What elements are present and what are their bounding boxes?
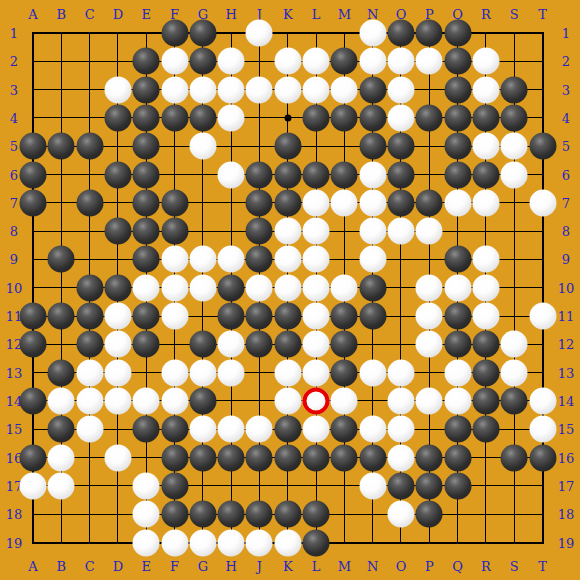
point-K5[interactable] (274, 132, 302, 160)
point-E17[interactable] (132, 472, 160, 500)
point-B9[interactable] (47, 245, 75, 273)
point-D17[interactable] (104, 472, 132, 500)
point-A5[interactable] (19, 132, 47, 160)
point-P6[interactable] (415, 161, 443, 189)
point-H3[interactable] (217, 76, 245, 104)
point-A3[interactable] (19, 76, 47, 104)
point-S5[interactable] (500, 132, 528, 160)
point-Q17[interactable] (444, 472, 472, 500)
point-E7[interactable] (132, 189, 160, 217)
point-D4[interactable] (104, 104, 132, 132)
point-E18[interactable] (132, 500, 160, 528)
point-O7[interactable] (387, 189, 415, 217)
point-E5[interactable] (132, 132, 160, 160)
point-N16[interactable] (359, 444, 387, 472)
point-E2[interactable] (132, 47, 160, 75)
point-N8[interactable] (359, 217, 387, 245)
point-J6[interactable] (245, 161, 273, 189)
point-L13[interactable] (302, 359, 330, 387)
point-Q5[interactable] (444, 132, 472, 160)
point-O16[interactable] (387, 444, 415, 472)
point-F8[interactable] (161, 217, 189, 245)
point-K4[interactable] (274, 104, 302, 132)
point-H9[interactable] (217, 245, 245, 273)
point-M11[interactable] (330, 302, 358, 330)
point-J12[interactable] (245, 330, 273, 358)
point-H15[interactable] (217, 415, 245, 443)
point-R6[interactable] (472, 161, 500, 189)
point-L17[interactable] (302, 472, 330, 500)
point-C14[interactable] (76, 387, 104, 415)
point-J17[interactable] (245, 472, 273, 500)
point-K6[interactable] (274, 161, 302, 189)
point-R19[interactable] (472, 529, 500, 557)
point-K19[interactable] (274, 529, 302, 557)
point-N7[interactable] (359, 189, 387, 217)
point-S10[interactable] (500, 274, 528, 302)
point-H8[interactable] (217, 217, 245, 245)
point-B2[interactable] (47, 47, 75, 75)
point-R10[interactable] (472, 274, 500, 302)
point-K10[interactable] (274, 274, 302, 302)
point-P9[interactable] (415, 245, 443, 273)
point-M19[interactable] (330, 529, 358, 557)
point-S18[interactable] (500, 500, 528, 528)
point-F4[interactable] (161, 104, 189, 132)
point-B17[interactable] (47, 472, 75, 500)
point-M1[interactable] (330, 19, 358, 47)
point-O12[interactable] (387, 330, 415, 358)
point-T19[interactable] (529, 529, 557, 557)
point-M5[interactable] (330, 132, 358, 160)
point-C11[interactable] (76, 302, 104, 330)
point-N11[interactable] (359, 302, 387, 330)
point-G10[interactable] (189, 274, 217, 302)
point-A14[interactable] (19, 387, 47, 415)
point-L4[interactable] (302, 104, 330, 132)
point-T4[interactable] (529, 104, 557, 132)
point-T10[interactable] (529, 274, 557, 302)
point-M14[interactable] (330, 387, 358, 415)
point-Q3[interactable] (444, 76, 472, 104)
point-M4[interactable] (330, 104, 358, 132)
point-O10[interactable] (387, 274, 415, 302)
point-E6[interactable] (132, 161, 160, 189)
point-K1[interactable] (274, 19, 302, 47)
point-C15[interactable] (76, 415, 104, 443)
point-L15[interactable] (302, 415, 330, 443)
point-D8[interactable] (104, 217, 132, 245)
point-D3[interactable] (104, 76, 132, 104)
point-F15[interactable] (161, 415, 189, 443)
point-O11[interactable] (387, 302, 415, 330)
point-Q16[interactable] (444, 444, 472, 472)
point-J9[interactable] (245, 245, 273, 273)
point-F18[interactable] (161, 500, 189, 528)
point-P4[interactable] (415, 104, 443, 132)
point-L19[interactable] (302, 529, 330, 557)
point-N4[interactable] (359, 104, 387, 132)
point-R8[interactable] (472, 217, 500, 245)
point-P14[interactable] (415, 387, 443, 415)
point-G12[interactable] (189, 330, 217, 358)
point-L6[interactable] (302, 161, 330, 189)
point-J15[interactable] (245, 415, 273, 443)
point-H13[interactable] (217, 359, 245, 387)
point-J8[interactable] (245, 217, 273, 245)
point-J7[interactable] (245, 189, 273, 217)
point-L16[interactable] (302, 444, 330, 472)
point-H19[interactable] (217, 529, 245, 557)
point-F16[interactable] (161, 444, 189, 472)
point-F10[interactable] (161, 274, 189, 302)
point-F3[interactable] (161, 76, 189, 104)
point-G1[interactable] (189, 19, 217, 47)
point-A1[interactable] (19, 19, 47, 47)
point-J16[interactable] (245, 444, 273, 472)
point-M2[interactable] (330, 47, 358, 75)
point-C16[interactable] (76, 444, 104, 472)
point-R11[interactable] (472, 302, 500, 330)
point-P5[interactable] (415, 132, 443, 160)
point-M16[interactable] (330, 444, 358, 472)
point-G4[interactable] (189, 104, 217, 132)
point-C4[interactable] (76, 104, 104, 132)
point-D10[interactable] (104, 274, 132, 302)
point-B5[interactable] (47, 132, 75, 160)
point-T8[interactable] (529, 217, 557, 245)
point-N1[interactable] (359, 19, 387, 47)
point-P2[interactable] (415, 47, 443, 75)
point-P18[interactable] (415, 500, 443, 528)
point-B8[interactable] (47, 217, 75, 245)
point-M8[interactable] (330, 217, 358, 245)
point-E10[interactable] (132, 274, 160, 302)
point-P7[interactable] (415, 189, 443, 217)
point-J11[interactable] (245, 302, 273, 330)
point-L8[interactable] (302, 217, 330, 245)
point-B12[interactable] (47, 330, 75, 358)
point-H7[interactable] (217, 189, 245, 217)
point-K17[interactable] (274, 472, 302, 500)
point-S1[interactable] (500, 19, 528, 47)
point-T11[interactable] (529, 302, 557, 330)
point-J13[interactable] (245, 359, 273, 387)
point-O2[interactable] (387, 47, 415, 75)
point-O14[interactable] (387, 387, 415, 415)
point-N14[interactable] (359, 387, 387, 415)
point-C8[interactable] (76, 217, 104, 245)
point-E15[interactable] (132, 415, 160, 443)
point-H11[interactable] (217, 302, 245, 330)
point-S8[interactable] (500, 217, 528, 245)
point-F19[interactable] (161, 529, 189, 557)
point-Q15[interactable] (444, 415, 472, 443)
point-G17[interactable] (189, 472, 217, 500)
point-C5[interactable] (76, 132, 104, 160)
point-D14[interactable] (104, 387, 132, 415)
point-T9[interactable] (529, 245, 557, 273)
point-A18[interactable] (19, 500, 47, 528)
point-R2[interactable] (472, 47, 500, 75)
point-S17[interactable] (500, 472, 528, 500)
point-N5[interactable] (359, 132, 387, 160)
point-B10[interactable] (47, 274, 75, 302)
point-A12[interactable] (19, 330, 47, 358)
point-E11[interactable] (132, 302, 160, 330)
point-T1[interactable] (529, 19, 557, 47)
point-D6[interactable] (104, 161, 132, 189)
point-D13[interactable] (104, 359, 132, 387)
point-M3[interactable] (330, 76, 358, 104)
point-S15[interactable] (500, 415, 528, 443)
point-S9[interactable] (500, 245, 528, 273)
point-L9[interactable] (302, 245, 330, 273)
point-L5[interactable] (302, 132, 330, 160)
point-H2[interactable] (217, 47, 245, 75)
point-O6[interactable] (387, 161, 415, 189)
point-A7[interactable] (19, 189, 47, 217)
point-G18[interactable] (189, 500, 217, 528)
point-F1[interactable] (161, 19, 189, 47)
point-T12[interactable] (529, 330, 557, 358)
point-L11[interactable] (302, 302, 330, 330)
point-N10[interactable] (359, 274, 387, 302)
point-P8[interactable] (415, 217, 443, 245)
point-G14[interactable] (189, 387, 217, 415)
point-L7[interactable] (302, 189, 330, 217)
point-E1[interactable] (132, 19, 160, 47)
point-E16[interactable] (132, 444, 160, 472)
point-C13[interactable] (76, 359, 104, 387)
point-B4[interactable] (47, 104, 75, 132)
point-P16[interactable] (415, 444, 443, 472)
point-P17[interactable] (415, 472, 443, 500)
point-N9[interactable] (359, 245, 387, 273)
point-C7[interactable] (76, 189, 104, 217)
point-M15[interactable] (330, 415, 358, 443)
point-G7[interactable] (189, 189, 217, 217)
point-S4[interactable] (500, 104, 528, 132)
point-H4[interactable] (217, 104, 245, 132)
point-D16[interactable] (104, 444, 132, 472)
point-G2[interactable] (189, 47, 217, 75)
point-G16[interactable] (189, 444, 217, 472)
point-B6[interactable] (47, 161, 75, 189)
point-N3[interactable] (359, 76, 387, 104)
point-P11[interactable] (415, 302, 443, 330)
point-D11[interactable] (104, 302, 132, 330)
point-Q2[interactable] (444, 47, 472, 75)
point-K13[interactable] (274, 359, 302, 387)
point-S11[interactable] (500, 302, 528, 330)
point-T6[interactable] (529, 161, 557, 189)
point-G6[interactable] (189, 161, 217, 189)
point-Q10[interactable] (444, 274, 472, 302)
point-T3[interactable] (529, 76, 557, 104)
point-B11[interactable] (47, 302, 75, 330)
point-H18[interactable] (217, 500, 245, 528)
point-L3[interactable] (302, 76, 330, 104)
point-D7[interactable] (104, 189, 132, 217)
point-E4[interactable] (132, 104, 160, 132)
point-K16[interactable] (274, 444, 302, 472)
point-Q18[interactable] (444, 500, 472, 528)
point-A16[interactable] (19, 444, 47, 472)
point-J5[interactable] (245, 132, 273, 160)
point-C10[interactable] (76, 274, 104, 302)
point-E14[interactable] (132, 387, 160, 415)
point-P10[interactable] (415, 274, 443, 302)
point-T5[interactable] (529, 132, 557, 160)
point-K2[interactable] (274, 47, 302, 75)
point-R18[interactable] (472, 500, 500, 528)
point-C17[interactable] (76, 472, 104, 500)
point-J10[interactable] (245, 274, 273, 302)
point-S2[interactable] (500, 47, 528, 75)
point-O4[interactable] (387, 104, 415, 132)
point-G9[interactable] (189, 245, 217, 273)
point-Q4[interactable] (444, 104, 472, 132)
point-T15[interactable] (529, 415, 557, 443)
point-B3[interactable] (47, 76, 75, 104)
point-R14[interactable] (472, 387, 500, 415)
point-L10[interactable] (302, 274, 330, 302)
point-P15[interactable] (415, 415, 443, 443)
point-D15[interactable] (104, 415, 132, 443)
point-S13[interactable] (500, 359, 528, 387)
point-T7[interactable] (529, 189, 557, 217)
point-D12[interactable] (104, 330, 132, 358)
point-J14[interactable] (245, 387, 273, 415)
point-Q12[interactable] (444, 330, 472, 358)
point-E9[interactable] (132, 245, 160, 273)
point-M6[interactable] (330, 161, 358, 189)
point-R13[interactable] (472, 359, 500, 387)
point-H14[interactable] (217, 387, 245, 415)
point-H5[interactable] (217, 132, 245, 160)
point-N13[interactable] (359, 359, 387, 387)
point-M9[interactable] (330, 245, 358, 273)
point-T16[interactable] (529, 444, 557, 472)
point-C1[interactable] (76, 19, 104, 47)
point-H1[interactable] (217, 19, 245, 47)
point-J4[interactable] (245, 104, 273, 132)
point-O5[interactable] (387, 132, 415, 160)
point-D18[interactable] (104, 500, 132, 528)
point-S14[interactable] (500, 387, 528, 415)
point-P13[interactable] (415, 359, 443, 387)
point-R15[interactable] (472, 415, 500, 443)
point-L18[interactable] (302, 500, 330, 528)
point-O9[interactable] (387, 245, 415, 273)
point-K3[interactable] (274, 76, 302, 104)
point-R7[interactable] (472, 189, 500, 217)
point-K14[interactable] (274, 387, 302, 415)
point-F12[interactable] (161, 330, 189, 358)
point-A9[interactable] (19, 245, 47, 273)
point-B1[interactable] (47, 19, 75, 47)
point-D1[interactable] (104, 19, 132, 47)
point-A10[interactable] (19, 274, 47, 302)
point-J2[interactable] (245, 47, 273, 75)
point-G19[interactable] (189, 529, 217, 557)
point-G13[interactable] (189, 359, 217, 387)
point-Q8[interactable] (444, 217, 472, 245)
point-M18[interactable] (330, 500, 358, 528)
point-A8[interactable] (19, 217, 47, 245)
point-R4[interactable] (472, 104, 500, 132)
point-E3[interactable] (132, 76, 160, 104)
point-F17[interactable] (161, 472, 189, 500)
point-S3[interactable] (500, 76, 528, 104)
point-A11[interactable] (19, 302, 47, 330)
point-K9[interactable] (274, 245, 302, 273)
point-R9[interactable] (472, 245, 500, 273)
point-G8[interactable] (189, 217, 217, 245)
point-N6[interactable] (359, 161, 387, 189)
point-L2[interactable] (302, 47, 330, 75)
point-T14[interactable] (529, 387, 557, 415)
point-G11[interactable] (189, 302, 217, 330)
point-R12[interactable] (472, 330, 500, 358)
point-Q1[interactable] (444, 19, 472, 47)
point-O15[interactable] (387, 415, 415, 443)
point-O17[interactable] (387, 472, 415, 500)
point-Q19[interactable] (444, 529, 472, 557)
point-B7[interactable] (47, 189, 75, 217)
point-Q6[interactable] (444, 161, 472, 189)
point-R16[interactable] (472, 444, 500, 472)
point-O18[interactable] (387, 500, 415, 528)
point-L12[interactable] (302, 330, 330, 358)
point-N18[interactable] (359, 500, 387, 528)
point-M7[interactable] (330, 189, 358, 217)
point-P12[interactable] (415, 330, 443, 358)
point-T2[interactable] (529, 47, 557, 75)
point-N2[interactable] (359, 47, 387, 75)
point-H10[interactable] (217, 274, 245, 302)
point-L14[interactable] (302, 387, 330, 415)
point-F9[interactable] (161, 245, 189, 273)
point-K15[interactable] (274, 415, 302, 443)
go-board[interactable]: AA11BB22CC33DD44EE55FF66GG77HH88JJ99KK10… (0, 0, 580, 580)
point-T17[interactable] (529, 472, 557, 500)
point-Q11[interactable] (444, 302, 472, 330)
point-J19[interactable] (245, 529, 273, 557)
point-A17[interactable] (19, 472, 47, 500)
point-P3[interactable] (415, 76, 443, 104)
point-J3[interactable] (245, 76, 273, 104)
point-P1[interactable] (415, 19, 443, 47)
point-R3[interactable] (472, 76, 500, 104)
point-A6[interactable] (19, 161, 47, 189)
point-C18[interactable] (76, 500, 104, 528)
point-M10[interactable] (330, 274, 358, 302)
point-H17[interactable] (217, 472, 245, 500)
point-R5[interactable] (472, 132, 500, 160)
point-R1[interactable] (472, 19, 500, 47)
point-B19[interactable] (47, 529, 75, 557)
point-S7[interactable] (500, 189, 528, 217)
point-F11[interactable] (161, 302, 189, 330)
point-A13[interactable] (19, 359, 47, 387)
point-M13[interactable] (330, 359, 358, 387)
point-M17[interactable] (330, 472, 358, 500)
point-N15[interactable] (359, 415, 387, 443)
point-A19[interactable] (19, 529, 47, 557)
point-T13[interactable] (529, 359, 557, 387)
